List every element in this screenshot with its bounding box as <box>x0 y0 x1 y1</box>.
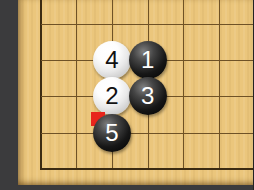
stone-move-number: 1 <box>141 48 154 72</box>
app-background: 41235 <box>0 0 253 190</box>
stone-white-2: 2 <box>93 77 131 115</box>
stone-black-3: 3 <box>129 77 167 115</box>
grid-line-vertical <box>219 0 220 169</box>
grid-line-horizontal <box>41 24 254 25</box>
stone-black-1: 1 <box>129 41 167 79</box>
stone-move-number: 3 <box>141 84 154 108</box>
board-edge-line-bottom <box>40 168 254 170</box>
stone-move-number: 5 <box>105 121 118 145</box>
board-edge-line-left <box>40 0 42 170</box>
go-board[interactable]: 41235 <box>18 0 253 185</box>
stone-move-number: 4 <box>105 48 118 72</box>
grid-line-horizontal <box>41 133 254 134</box>
stone-move-number: 2 <box>105 84 118 108</box>
grid-line-vertical <box>76 0 77 169</box>
stone-black-5: 5 <box>93 114 131 152</box>
stone-white-4: 4 <box>93 41 131 79</box>
grid-line-vertical <box>183 0 184 169</box>
